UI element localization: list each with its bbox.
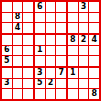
cell-r6c7[interactable] xyxy=(68,56,78,66)
cell-r1c4[interactable]: 6 xyxy=(35,2,45,12)
cell-r3c5[interactable] xyxy=(46,23,56,33)
cell-r7c9[interactable] xyxy=(89,68,99,78)
cell-r1c3[interactable] xyxy=(23,2,33,12)
cell-r3c4[interactable] xyxy=(35,23,45,33)
cell-r4c8[interactable]: 2 xyxy=(79,35,89,45)
cell-r7c3[interactable] xyxy=(23,68,33,78)
cell-r2c9[interactable] xyxy=(89,13,99,23)
cell-r2c8[interactable] xyxy=(79,13,89,23)
cell-r5c9[interactable] xyxy=(89,46,99,56)
cell-r6c4[interactable] xyxy=(35,56,45,66)
cell-r9c3[interactable] xyxy=(23,89,33,99)
cell-r1c9[interactable] xyxy=(89,2,99,12)
cell-r6c2[interactable] xyxy=(13,56,23,66)
given-digit: 5 xyxy=(37,79,43,87)
given-digit: 2 xyxy=(48,79,54,87)
cell-r9c4[interactable] xyxy=(35,89,45,99)
cell-r2c6[interactable] xyxy=(56,13,66,23)
cell-r4c5[interactable] xyxy=(46,35,56,45)
given-digit: 6 xyxy=(37,3,43,11)
given-digit: 5 xyxy=(4,57,10,65)
cell-r7c1[interactable] xyxy=(2,68,12,78)
sudoku-board: 84636518243375218 xyxy=(0,0,101,101)
cell-r5c6[interactable] xyxy=(56,46,66,56)
given-digit: 7 xyxy=(58,69,64,77)
sudoku-box-8: 3752 xyxy=(35,68,66,99)
given-digit: 3 xyxy=(4,79,10,87)
cell-r6c5[interactable] xyxy=(46,56,56,66)
cell-r3c7[interactable] xyxy=(68,23,78,33)
cell-r6c8[interactable] xyxy=(79,56,89,66)
cell-r4c1[interactable] xyxy=(2,35,12,45)
cell-r7c5[interactable] xyxy=(46,68,56,78)
cell-r3c1[interactable] xyxy=(2,23,12,33)
cell-r5c5[interactable] xyxy=(46,46,56,56)
cell-r1c7[interactable] xyxy=(68,2,78,12)
cell-r8c2[interactable] xyxy=(13,79,23,89)
cell-r5c3[interactable] xyxy=(23,46,33,56)
given-digit: 1 xyxy=(70,69,76,77)
cell-r1c2[interactable] xyxy=(13,2,23,12)
cell-r1c8[interactable]: 3 xyxy=(79,2,89,12)
sudoku-box-4: 65 xyxy=(2,35,33,66)
given-digit: 8 xyxy=(15,13,21,21)
cell-r2c5[interactable] xyxy=(46,13,56,23)
cell-r4c3[interactable] xyxy=(23,35,33,45)
cell-r3c8[interactable] xyxy=(79,23,89,33)
cell-r9c7[interactable] xyxy=(68,89,78,99)
cell-r6c9[interactable] xyxy=(89,56,99,66)
cell-r9c9[interactable]: 8 xyxy=(89,89,99,99)
cell-r6c6[interactable] xyxy=(56,56,66,66)
cell-r8c4[interactable]: 5 xyxy=(35,79,45,89)
cell-r8c7[interactable] xyxy=(68,79,78,89)
cell-r8c5[interactable]: 2 xyxy=(46,79,56,89)
cell-r4c9[interactable]: 4 xyxy=(89,35,99,45)
given-digit: 4 xyxy=(91,36,97,44)
cell-r8c8[interactable] xyxy=(79,79,89,89)
sudoku-box-1: 84 xyxy=(2,2,33,33)
cell-r7c8[interactable] xyxy=(79,68,89,78)
cell-r1c1[interactable] xyxy=(2,2,12,12)
cell-r5c8[interactable] xyxy=(79,46,89,56)
sudoku-box-7: 3 xyxy=(2,68,33,99)
cell-r3c9[interactable] xyxy=(89,23,99,33)
sudoku-box-6: 824 xyxy=(68,35,99,66)
cell-r5c1[interactable]: 6 xyxy=(2,46,12,56)
given-digit: 3 xyxy=(81,3,87,11)
sudoku-box-3: 3 xyxy=(68,2,99,33)
cell-r2c2[interactable]: 8 xyxy=(13,13,23,23)
cell-r9c2[interactable] xyxy=(13,89,23,99)
cell-r5c2[interactable] xyxy=(13,46,23,56)
cell-r9c5[interactable] xyxy=(46,89,56,99)
given-digit: 8 xyxy=(70,36,76,44)
cell-r6c1[interactable]: 5 xyxy=(2,56,12,66)
cell-r8c6[interactable] xyxy=(56,79,66,89)
cell-r2c1[interactable] xyxy=(2,13,12,23)
cell-r2c3[interactable] xyxy=(23,13,33,23)
cell-r8c9[interactable] xyxy=(89,79,99,89)
cell-r2c4[interactable] xyxy=(35,13,45,23)
given-digit: 1 xyxy=(37,46,43,54)
cell-r1c5[interactable] xyxy=(46,2,56,12)
given-digit: 3 xyxy=(37,69,43,77)
cell-r6c3[interactable] xyxy=(23,56,33,66)
sudoku-box-9: 18 xyxy=(68,68,99,99)
given-digit: 6 xyxy=(4,46,10,54)
cell-r9c6[interactable] xyxy=(56,89,66,99)
cell-r9c1[interactable] xyxy=(2,89,12,99)
cell-r1c6[interactable] xyxy=(56,2,66,12)
cell-r3c6[interactable] xyxy=(56,23,66,33)
cell-r5c4[interactable]: 1 xyxy=(35,46,45,56)
cell-r2c7[interactable] xyxy=(68,13,78,23)
cell-r3c2[interactable]: 4 xyxy=(13,23,23,33)
cell-r7c2[interactable] xyxy=(13,68,23,78)
cell-r4c4[interactable] xyxy=(35,35,45,45)
cell-r8c3[interactable] xyxy=(23,79,33,89)
cell-r4c2[interactable] xyxy=(13,35,23,45)
cell-r7c4[interactable]: 3 xyxy=(35,68,45,78)
cell-r4c6[interactable] xyxy=(56,35,66,45)
given-digit: 2 xyxy=(81,36,87,44)
cell-r7c7[interactable]: 1 xyxy=(68,68,78,78)
cell-r5c7[interactable] xyxy=(68,46,78,56)
cell-r7c6[interactable]: 7 xyxy=(56,68,66,78)
given-digit: 8 xyxy=(91,90,97,98)
sudoku-box-2: 6 xyxy=(35,2,66,33)
cell-r9c8[interactable] xyxy=(79,89,89,99)
cell-r8c1[interactable]: 3 xyxy=(2,79,12,89)
cell-r3c3[interactable] xyxy=(23,23,33,33)
given-digit: 4 xyxy=(15,24,21,32)
sudoku-box-5: 1 xyxy=(35,35,66,66)
cell-r4c7[interactable]: 8 xyxy=(68,35,78,45)
